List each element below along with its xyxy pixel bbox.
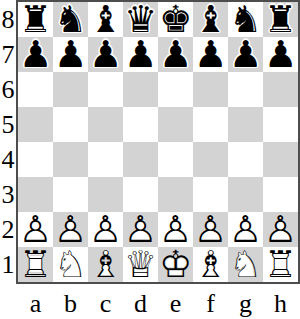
piece-fill: ♟ <box>19 211 52 246</box>
piece-white-pawn: ♟♙ <box>88 212 123 247</box>
square-d7[interactable]: ♟ <box>123 37 158 72</box>
square-h5[interactable] <box>263 107 298 142</box>
piece-outline: ♖ <box>264 246 297 281</box>
square-c4[interactable] <box>88 142 123 177</box>
piece-fill: ♞ <box>229 246 262 281</box>
piece-outline: ♘ <box>54 246 87 281</box>
piece-fill: ♟ <box>159 211 192 246</box>
piece-white-pawn: ♟♙ <box>123 212 158 247</box>
piece-outline: ♔ <box>159 246 192 281</box>
square-g3[interactable] <box>228 177 263 212</box>
piece-black-pawn: ♟ <box>158 37 193 72</box>
square-b6[interactable] <box>53 72 88 107</box>
rank-labels: 87654321 <box>0 0 16 284</box>
square-e2[interactable]: ♟♙ <box>158 212 193 247</box>
piece-white-pawn: ♟♙ <box>193 212 228 247</box>
piece-glyph: ♟ <box>19 36 52 71</box>
piece-black-pawn: ♟ <box>123 37 158 72</box>
piece-fill: ♛ <box>124 246 157 281</box>
piece-fill: ♚ <box>159 246 192 281</box>
piece-outline: ♙ <box>19 211 52 246</box>
square-h1[interactable]: ♜♖ <box>263 247 298 282</box>
piece-white-rook: ♜♖ <box>18 247 53 282</box>
square-b3[interactable] <box>53 177 88 212</box>
piece-glyph: ♟ <box>124 36 157 71</box>
square-f3[interactable] <box>193 177 228 212</box>
square-g1[interactable]: ♞♘ <box>228 247 263 282</box>
piece-glyph: ♟ <box>229 36 262 71</box>
piece-black-bishop: ♝ <box>193 2 228 37</box>
rank-label-6: 6 <box>2 72 15 107</box>
piece-glyph: ♟ <box>54 36 87 71</box>
square-a4[interactable] <box>18 142 53 177</box>
file-labels: abcdefgh <box>16 284 300 319</box>
file-label-d: d <box>123 284 158 319</box>
piece-glyph: ♟ <box>89 36 122 71</box>
piece-black-bishop: ♝ <box>88 2 123 37</box>
rank-label-2: 2 <box>2 212 15 247</box>
piece-outline: ♙ <box>264 211 297 246</box>
piece-white-pawn: ♟♙ <box>158 212 193 247</box>
square-f1[interactable]: ♝♗ <box>193 247 228 282</box>
square-c8[interactable]: ♝ <box>88 2 123 37</box>
piece-black-pawn: ♟ <box>53 37 88 72</box>
piece-outline: ♙ <box>89 211 122 246</box>
square-e4[interactable] <box>158 142 193 177</box>
square-f7[interactable]: ♟ <box>193 37 228 72</box>
piece-white-pawn: ♟♙ <box>18 212 53 247</box>
piece-white-king: ♚♔ <box>158 247 193 282</box>
square-d8[interactable]: ♛ <box>123 2 158 37</box>
square-d3[interactable] <box>123 177 158 212</box>
rank-label-7: 7 <box>2 37 15 72</box>
square-g6[interactable] <box>228 72 263 107</box>
square-g5[interactable] <box>228 107 263 142</box>
rank-label-3: 3 <box>2 177 15 212</box>
piece-black-queen: ♛ <box>123 2 158 37</box>
piece-black-pawn: ♟ <box>193 37 228 72</box>
file-label-c: c <box>88 284 123 319</box>
square-c5[interactable] <box>88 107 123 142</box>
piece-white-pawn: ♟♙ <box>228 212 263 247</box>
piece-outline: ♘ <box>229 246 262 281</box>
square-e1[interactable]: ♚♔ <box>158 247 193 282</box>
piece-glyph: ♟ <box>194 36 227 71</box>
piece-fill: ♝ <box>89 246 122 281</box>
piece-fill: ♟ <box>89 211 122 246</box>
square-f8[interactable]: ♝ <box>193 2 228 37</box>
piece-white-pawn: ♟♙ <box>53 212 88 247</box>
piece-glyph: ♝ <box>194 1 227 36</box>
square-e7[interactable]: ♟ <box>158 37 193 72</box>
square-e6[interactable] <box>158 72 193 107</box>
piece-black-pawn: ♟ <box>228 37 263 72</box>
square-h2[interactable]: ♟♙ <box>263 212 298 247</box>
piece-glyph: ♚ <box>159 1 192 36</box>
square-d4[interactable] <box>123 142 158 177</box>
square-h3[interactable] <box>263 177 298 212</box>
piece-glyph: ♛ <box>124 1 157 36</box>
square-e3[interactable] <box>158 177 193 212</box>
square-h6[interactable] <box>263 72 298 107</box>
square-b8[interactable]: ♞ <box>53 2 88 37</box>
square-h4[interactable] <box>263 142 298 177</box>
square-h8[interactable]: ♜ <box>263 2 298 37</box>
square-f4[interactable] <box>193 142 228 177</box>
file-label-a: a <box>18 284 53 319</box>
square-a8[interactable]: ♜ <box>18 2 53 37</box>
square-d6[interactable] <box>123 72 158 107</box>
square-a3[interactable] <box>18 177 53 212</box>
piece-outline: ♙ <box>194 211 227 246</box>
piece-glyph: ♞ <box>229 1 262 36</box>
square-a6[interactable] <box>18 72 53 107</box>
rank-label-1: 1 <box>2 247 15 282</box>
piece-fill: ♟ <box>229 211 262 246</box>
square-a1[interactable]: ♜♖ <box>18 247 53 282</box>
piece-outline: ♙ <box>54 211 87 246</box>
piece-fill: ♜ <box>19 246 52 281</box>
square-d2[interactable]: ♟♙ <box>123 212 158 247</box>
piece-outline: ♙ <box>159 211 192 246</box>
square-g7[interactable]: ♟ <box>228 37 263 72</box>
file-label-b: b <box>53 284 88 319</box>
file-label-e: e <box>158 284 193 319</box>
piece-glyph: ♝ <box>89 1 122 36</box>
square-a2[interactable]: ♟♙ <box>18 212 53 247</box>
square-f2[interactable]: ♟♙ <box>193 212 228 247</box>
piece-fill: ♟ <box>54 211 87 246</box>
file-label-f: f <box>193 284 228 319</box>
square-b7[interactable]: ♟ <box>53 37 88 72</box>
rank-label-8: 8 <box>2 2 15 37</box>
piece-fill: ♟ <box>264 211 297 246</box>
piece-fill: ♞ <box>54 246 87 281</box>
piece-black-pawn: ♟ <box>88 37 123 72</box>
square-d1[interactable]: ♛♕ <box>123 247 158 282</box>
square-e5[interactable] <box>158 107 193 142</box>
piece-outline: ♗ <box>194 246 227 281</box>
piece-glyph: ♟ <box>264 36 297 71</box>
piece-glyph: ♞ <box>54 1 87 36</box>
piece-outline: ♙ <box>124 211 157 246</box>
piece-white-bishop: ♝♗ <box>193 247 228 282</box>
piece-fill: ♟ <box>124 211 157 246</box>
piece-black-pawn: ♟ <box>263 37 298 72</box>
piece-fill: ♝ <box>194 246 227 281</box>
square-c6[interactable] <box>88 72 123 107</box>
chess-diagram: 87654321 ♜♞♝♛♚♝♞♜♟♟♟♟♟♟♟♟♟♙♟♙♟♙♟♙♟♙♟♙♟♙♟… <box>0 0 300 319</box>
piece-black-rook: ♜ <box>18 2 53 37</box>
piece-outline: ♕ <box>124 246 157 281</box>
piece-white-knight: ♞♘ <box>53 247 88 282</box>
square-f6[interactable] <box>193 72 228 107</box>
piece-black-rook: ♜ <box>263 2 298 37</box>
piece-outline: ♗ <box>89 246 122 281</box>
piece-black-pawn: ♟ <box>18 37 53 72</box>
square-d5[interactable] <box>123 107 158 142</box>
piece-white-knight: ♞♘ <box>228 247 263 282</box>
square-b2[interactable]: ♟♙ <box>53 212 88 247</box>
file-label-g: g <box>228 284 263 319</box>
square-c2[interactable]: ♟♙ <box>88 212 123 247</box>
square-g4[interactable] <box>228 142 263 177</box>
piece-outline: ♖ <box>19 246 52 281</box>
square-c7[interactable]: ♟ <box>88 37 123 72</box>
square-b5[interactable] <box>53 107 88 142</box>
square-b1[interactable]: ♞♘ <box>53 247 88 282</box>
piece-fill: ♟ <box>194 211 227 246</box>
square-h7[interactable]: ♟ <box>263 37 298 72</box>
file-label-h: h <box>263 284 298 319</box>
piece-fill: ♜ <box>264 246 297 281</box>
piece-glyph: ♟ <box>159 36 192 71</box>
piece-white-rook: ♜♖ <box>263 247 298 282</box>
piece-outline: ♙ <box>229 211 262 246</box>
square-a7[interactable]: ♟ <box>18 37 53 72</box>
rank-label-4: 4 <box>2 142 15 177</box>
square-f5[interactable] <box>193 107 228 142</box>
square-b4[interactable] <box>53 142 88 177</box>
piece-black-knight: ♞ <box>228 2 263 37</box>
rank-label-5: 5 <box>2 107 15 142</box>
piece-black-king: ♚ <box>158 2 193 37</box>
square-g8[interactable]: ♞ <box>228 2 263 37</box>
piece-white-bishop: ♝♗ <box>88 247 123 282</box>
square-a5[interactable] <box>18 107 53 142</box>
piece-glyph: ♜ <box>19 1 52 36</box>
piece-black-knight: ♞ <box>53 2 88 37</box>
square-e8[interactable]: ♚ <box>158 2 193 37</box>
square-c3[interactable] <box>88 177 123 212</box>
piece-glyph: ♜ <box>264 1 297 36</box>
piece-white-queen: ♛♕ <box>123 247 158 282</box>
square-g2[interactable]: ♟♙ <box>228 212 263 247</box>
piece-white-pawn: ♟♙ <box>263 212 298 247</box>
chess-board: ♜♞♝♛♚♝♞♜♟♟♟♟♟♟♟♟♟♙♟♙♟♙♟♙♟♙♟♙♟♙♟♙♜♖♞♘♝♗♛♕… <box>16 0 300 284</box>
square-c1[interactable]: ♝♗ <box>88 247 123 282</box>
